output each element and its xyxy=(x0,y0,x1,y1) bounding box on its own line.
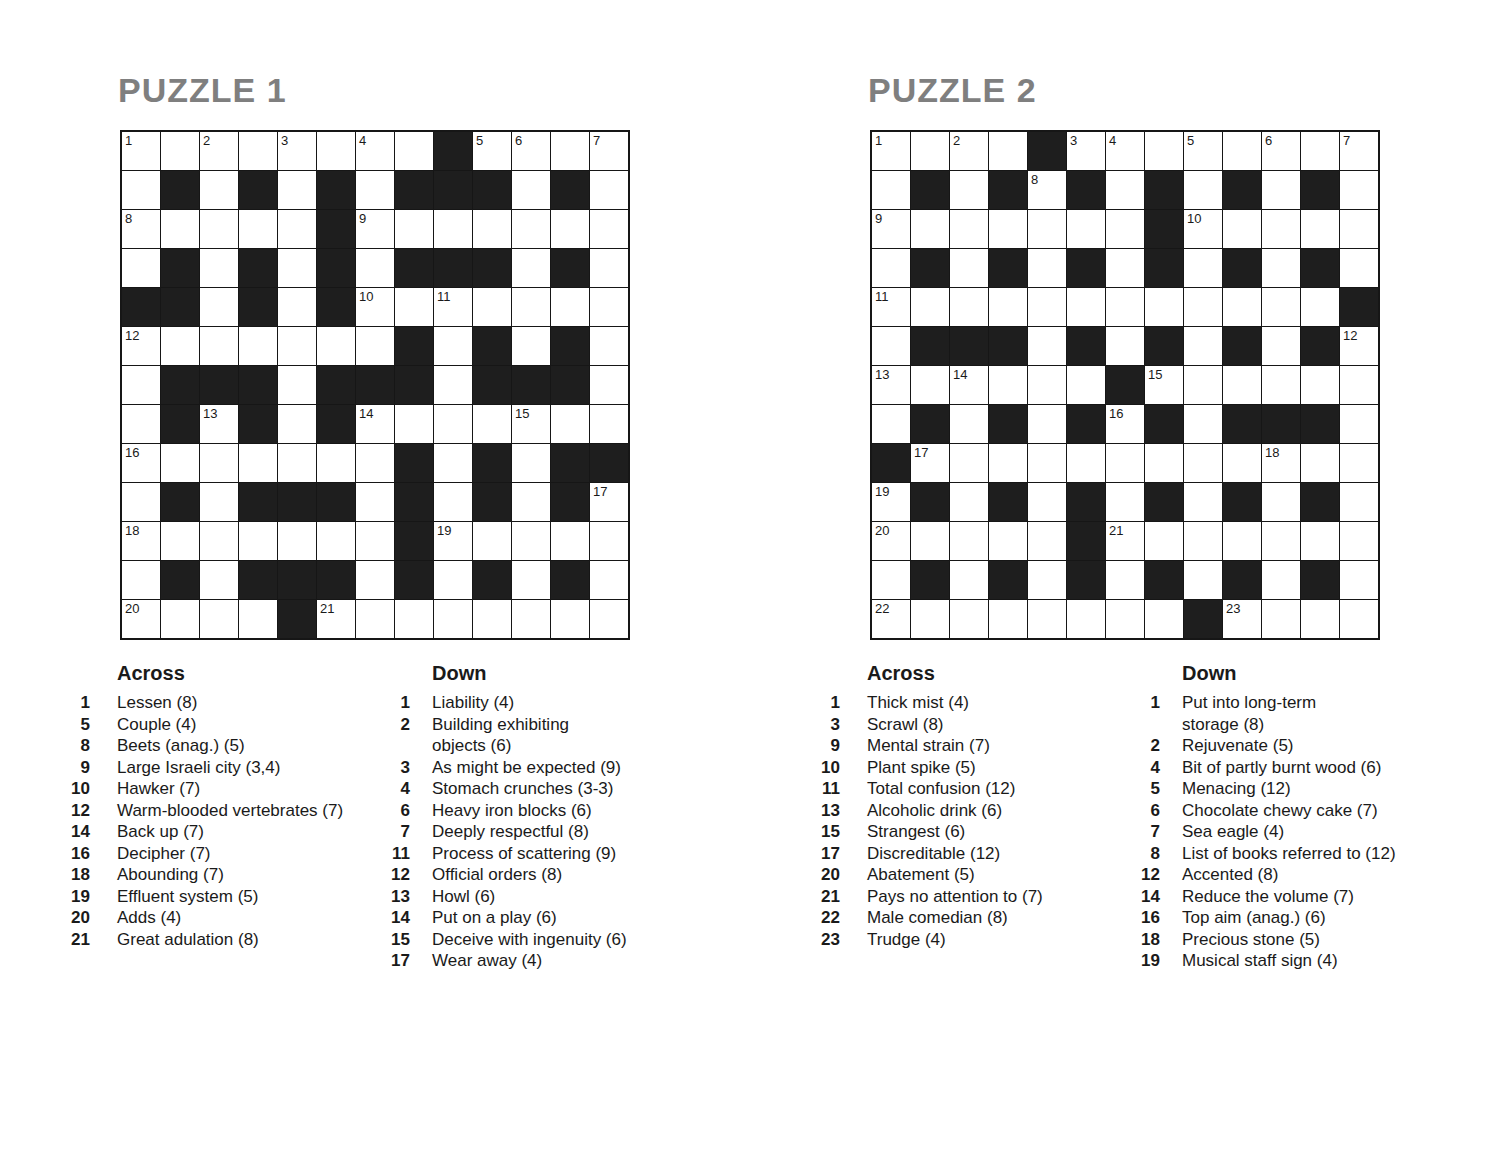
black-cell xyxy=(161,483,199,521)
white-cell[interactable]: 8 xyxy=(1028,171,1066,209)
white-cell[interactable] xyxy=(1028,210,1066,248)
clue-number: 6 xyxy=(385,800,410,822)
white-cell[interactable] xyxy=(1028,444,1066,482)
black-cell xyxy=(512,366,550,404)
white-cell[interactable] xyxy=(122,171,160,209)
white-cell[interactable]: 12 xyxy=(1340,327,1378,365)
cell-clue-number: 16 xyxy=(1109,407,1123,420)
white-cell[interactable] xyxy=(161,210,199,248)
white-cell[interactable] xyxy=(1184,561,1222,599)
white-cell[interactable] xyxy=(1028,405,1066,443)
white-cell[interactable] xyxy=(950,249,988,287)
white-cell[interactable] xyxy=(950,210,988,248)
black-cell xyxy=(1067,522,1105,560)
white-cell[interactable] xyxy=(317,444,355,482)
white-cell[interactable] xyxy=(1106,483,1144,521)
white-cell[interactable] xyxy=(950,600,988,638)
white-cell[interactable] xyxy=(1340,600,1378,638)
white-cell[interactable] xyxy=(1184,444,1222,482)
white-cell[interactable] xyxy=(200,483,238,521)
white-cell[interactable] xyxy=(1067,444,1105,482)
white-cell[interactable] xyxy=(239,600,277,638)
cell-clue-number: 12 xyxy=(125,329,139,342)
white-cell[interactable] xyxy=(1028,483,1066,521)
white-cell[interactable] xyxy=(1262,171,1300,209)
white-cell[interactable]: 5 xyxy=(473,132,511,170)
white-cell[interactable]: 16 xyxy=(122,444,160,482)
clue-number: 15 xyxy=(385,929,410,951)
white-cell[interactable] xyxy=(911,210,949,248)
white-cell[interactable] xyxy=(278,249,316,287)
white-cell[interactable]: 21 xyxy=(1106,522,1144,560)
white-cell[interactable] xyxy=(551,405,589,443)
white-cell[interactable] xyxy=(1340,210,1378,248)
white-cell[interactable] xyxy=(1262,522,1300,560)
white-cell[interactable] xyxy=(590,288,628,326)
black-cell xyxy=(551,171,589,209)
black-cell xyxy=(161,288,199,326)
white-cell[interactable] xyxy=(950,522,988,560)
white-cell[interactable] xyxy=(590,366,628,404)
black-cell xyxy=(317,483,355,521)
white-cell[interactable] xyxy=(1262,249,1300,287)
black-cell xyxy=(1067,249,1105,287)
white-cell[interactable] xyxy=(989,444,1027,482)
clue-row: 20Adds (4) xyxy=(60,907,385,929)
white-cell[interactable] xyxy=(200,522,238,560)
clue-number: 19 xyxy=(60,886,90,908)
clue-text: Adds (4) xyxy=(117,907,181,929)
white-cell[interactable]: 4 xyxy=(356,132,394,170)
white-cell[interactable]: 7 xyxy=(590,132,628,170)
clue-number: 15 xyxy=(810,821,840,843)
white-cell[interactable] xyxy=(122,405,160,443)
white-cell[interactable]: 19 xyxy=(434,522,472,560)
black-cell xyxy=(1301,405,1339,443)
white-cell[interactable]: 19 xyxy=(872,483,910,521)
white-cell[interactable] xyxy=(1301,444,1339,482)
white-cell[interactable] xyxy=(1223,522,1261,560)
black-cell xyxy=(590,444,628,482)
white-cell[interactable]: 9 xyxy=(872,210,910,248)
cell-clue-number: 18 xyxy=(125,524,139,537)
clue-number: 12 xyxy=(385,864,410,886)
white-cell[interactable] xyxy=(1340,444,1378,482)
white-cell[interactable] xyxy=(950,483,988,521)
white-cell[interactable] xyxy=(512,210,550,248)
white-cell[interactable]: 17 xyxy=(911,444,949,482)
white-cell[interactable] xyxy=(989,210,1027,248)
white-cell[interactable] xyxy=(1184,483,1222,521)
white-cell[interactable] xyxy=(200,210,238,248)
white-cell[interactable]: 18 xyxy=(1262,444,1300,482)
white-cell[interactable] xyxy=(278,405,316,443)
white-cell[interactable] xyxy=(356,522,394,560)
clue-text: Large Israeli city (3,4) xyxy=(117,757,280,779)
black-cell xyxy=(989,561,1027,599)
white-cell[interactable] xyxy=(395,210,433,248)
white-cell[interactable] xyxy=(911,132,949,170)
white-cell[interactable] xyxy=(1301,288,1339,326)
white-cell[interactable] xyxy=(1340,483,1378,521)
white-cell[interactable] xyxy=(1184,366,1222,404)
white-cell[interactable] xyxy=(1067,288,1105,326)
black-cell xyxy=(551,327,589,365)
white-cell[interactable] xyxy=(512,522,550,560)
clue-number: 8 xyxy=(1135,843,1160,865)
white-cell[interactable] xyxy=(473,288,511,326)
white-cell[interactable] xyxy=(473,405,511,443)
white-cell[interactable] xyxy=(278,522,316,560)
white-cell[interactable] xyxy=(1262,288,1300,326)
white-cell[interactable] xyxy=(278,366,316,404)
white-cell[interactable] xyxy=(1262,327,1300,365)
white-cell[interactable] xyxy=(989,522,1027,560)
white-cell[interactable]: 4 xyxy=(1106,132,1144,170)
clue-number: 13 xyxy=(810,800,840,822)
white-cell[interactable]: 13 xyxy=(872,366,910,404)
white-cell[interactable] xyxy=(200,249,238,287)
white-cell[interactable] xyxy=(551,288,589,326)
cell-clue-number: 11 xyxy=(437,290,451,303)
white-cell[interactable] xyxy=(872,561,910,599)
white-cell[interactable] xyxy=(356,483,394,521)
white-cell[interactable] xyxy=(356,444,394,482)
white-cell[interactable] xyxy=(161,600,199,638)
white-cell[interactable] xyxy=(1223,288,1261,326)
white-cell[interactable] xyxy=(1106,288,1144,326)
white-cell[interactable] xyxy=(161,132,199,170)
white-cell[interactable] xyxy=(512,327,550,365)
white-cell[interactable] xyxy=(1340,522,1378,560)
white-cell[interactable]: 13 xyxy=(200,405,238,443)
white-cell[interactable] xyxy=(395,288,433,326)
white-cell[interactable] xyxy=(512,288,550,326)
white-cell[interactable]: 6 xyxy=(1262,132,1300,170)
white-cell[interactable] xyxy=(872,249,910,287)
cell-clue-number: 20 xyxy=(875,524,889,537)
white-cell[interactable] xyxy=(512,171,550,209)
white-cell[interactable]: 20 xyxy=(872,522,910,560)
white-cell[interactable] xyxy=(1067,366,1105,404)
clue-text: Top aim (anag.) (6) xyxy=(1182,907,1326,929)
puzzle-2-down-column: Down 1Put into long-term storage (8)2Rej… xyxy=(1135,662,1500,972)
clue-text: Deceive with ingenuity (6) xyxy=(432,929,627,951)
white-cell[interactable] xyxy=(1145,522,1183,560)
white-cell[interactable] xyxy=(950,288,988,326)
white-cell[interactable] xyxy=(989,288,1027,326)
white-cell[interactable] xyxy=(590,327,628,365)
white-cell[interactable] xyxy=(911,600,949,638)
white-cell[interactable] xyxy=(1028,561,1066,599)
white-cell[interactable] xyxy=(278,210,316,248)
white-cell[interactable] xyxy=(317,132,355,170)
white-cell[interactable] xyxy=(278,327,316,365)
white-cell[interactable] xyxy=(395,132,433,170)
white-cell[interactable] xyxy=(1262,366,1300,404)
white-cell[interactable] xyxy=(1184,249,1222,287)
white-cell[interactable] xyxy=(911,366,949,404)
white-cell[interactable] xyxy=(473,600,511,638)
white-cell[interactable] xyxy=(278,288,316,326)
white-cell[interactable]: 15 xyxy=(512,405,550,443)
white-cell[interactable] xyxy=(122,483,160,521)
white-cell[interactable] xyxy=(1028,327,1066,365)
clue-text: Sea eagle (4) xyxy=(1182,821,1284,843)
white-cell[interactable] xyxy=(356,249,394,287)
white-cell[interactable] xyxy=(1301,366,1339,404)
clue-number: 14 xyxy=(60,821,90,843)
white-cell[interactable] xyxy=(356,171,394,209)
white-cell[interactable] xyxy=(239,327,277,365)
white-cell[interactable] xyxy=(434,327,472,365)
white-cell[interactable] xyxy=(1340,561,1378,599)
white-cell[interactable] xyxy=(122,561,160,599)
white-cell[interactable] xyxy=(1028,288,1066,326)
white-cell[interactable] xyxy=(1106,327,1144,365)
white-cell[interactable]: 12 xyxy=(122,327,160,365)
white-cell[interactable] xyxy=(200,561,238,599)
white-cell[interactable] xyxy=(473,210,511,248)
black-cell xyxy=(950,327,988,365)
down-heading: Down xyxy=(1182,662,1500,685)
white-cell[interactable] xyxy=(473,522,511,560)
white-cell[interactable] xyxy=(872,327,910,365)
white-cell[interactable] xyxy=(161,327,199,365)
clue-text: Official orders (8) xyxy=(432,864,562,886)
white-cell[interactable] xyxy=(590,405,628,443)
white-cell[interactable] xyxy=(200,288,238,326)
white-cell[interactable] xyxy=(1106,249,1144,287)
white-cell[interactable] xyxy=(239,132,277,170)
black-cell xyxy=(1067,483,1105,521)
white-cell[interactable] xyxy=(512,561,550,599)
white-cell[interactable] xyxy=(1145,600,1183,638)
white-cell[interactable] xyxy=(1223,366,1261,404)
white-cell[interactable]: 3 xyxy=(1067,132,1105,170)
white-cell[interactable] xyxy=(395,600,433,638)
white-cell[interactable] xyxy=(950,171,988,209)
white-cell[interactable] xyxy=(1223,132,1261,170)
white-cell[interactable] xyxy=(1340,249,1378,287)
white-cell[interactable] xyxy=(161,522,199,560)
white-cell[interactable] xyxy=(1106,444,1144,482)
cell-clue-number: 17 xyxy=(914,446,928,459)
black-cell xyxy=(317,210,355,248)
black-cell xyxy=(989,483,1027,521)
white-cell[interactable] xyxy=(395,405,433,443)
white-cell[interactable] xyxy=(1106,561,1144,599)
white-cell[interactable]: 23 xyxy=(1223,600,1261,638)
cell-clue-number: 8 xyxy=(125,212,132,225)
white-cell[interactable]: 17 xyxy=(590,483,628,521)
white-cell[interactable] xyxy=(434,483,472,521)
clue-row: 7Deeply respectful (8) xyxy=(385,821,750,843)
white-cell[interactable] xyxy=(989,132,1027,170)
white-cell[interactable] xyxy=(512,249,550,287)
white-cell[interactable] xyxy=(1262,600,1300,638)
white-cell[interactable] xyxy=(1262,561,1300,599)
white-cell[interactable] xyxy=(950,444,988,482)
white-cell[interactable] xyxy=(512,483,550,521)
white-cell[interactable] xyxy=(551,600,589,638)
white-cell[interactable] xyxy=(1145,444,1183,482)
white-cell[interactable]: 22 xyxy=(872,600,910,638)
white-cell[interactable] xyxy=(989,366,1027,404)
white-cell[interactable]: 9 xyxy=(356,210,394,248)
cell-clue-number: 9 xyxy=(359,212,366,225)
white-cell[interactable] xyxy=(1223,444,1261,482)
white-cell[interactable] xyxy=(1262,483,1300,521)
white-cell[interactable]: 14 xyxy=(356,405,394,443)
clue-row: 12Official orders (8) xyxy=(385,864,750,886)
black-cell xyxy=(911,327,949,365)
white-cell[interactable] xyxy=(1184,405,1222,443)
white-cell[interactable] xyxy=(1301,210,1339,248)
black-cell xyxy=(161,405,199,443)
white-cell[interactable] xyxy=(1067,600,1105,638)
white-cell[interactable] xyxy=(239,522,277,560)
white-cell[interactable] xyxy=(1184,288,1222,326)
black-cell xyxy=(473,327,511,365)
white-cell[interactable] xyxy=(872,405,910,443)
white-cell[interactable] xyxy=(356,600,394,638)
white-cell[interactable] xyxy=(434,405,472,443)
black-cell xyxy=(473,249,511,287)
white-cell[interactable] xyxy=(1106,171,1144,209)
clue-text: Put into long-term storage (8) xyxy=(1182,692,1316,735)
white-cell[interactable] xyxy=(551,132,589,170)
white-cell[interactable]: 6 xyxy=(512,132,550,170)
white-cell[interactable] xyxy=(551,522,589,560)
white-cell[interactable] xyxy=(1301,132,1339,170)
clue-number: 1 xyxy=(1135,692,1160,735)
white-cell[interactable] xyxy=(200,444,238,482)
white-cell[interactable] xyxy=(1223,210,1261,248)
white-cell[interactable] xyxy=(1145,132,1183,170)
white-cell[interactable] xyxy=(911,288,949,326)
white-cell[interactable]: 21 xyxy=(317,600,355,638)
white-cell[interactable] xyxy=(278,444,316,482)
clue-number: 20 xyxy=(810,864,840,886)
white-cell[interactable] xyxy=(1184,522,1222,560)
white-cell[interactable]: 11 xyxy=(872,288,910,326)
white-cell[interactable] xyxy=(1301,522,1339,560)
white-cell[interactable] xyxy=(1028,522,1066,560)
clue-row: 11Total confusion (12) xyxy=(810,778,1135,800)
white-cell[interactable] xyxy=(1067,210,1105,248)
white-cell[interactable]: 1 xyxy=(122,132,160,170)
white-cell[interactable]: 1 xyxy=(872,132,910,170)
clue-row: 15Strangest (6) xyxy=(810,821,1135,843)
white-cell[interactable] xyxy=(239,444,277,482)
white-cell[interactable]: 14 xyxy=(950,366,988,404)
white-cell[interactable] xyxy=(1028,249,1066,287)
clue-number: 14 xyxy=(385,907,410,929)
white-cell[interactable]: 11 xyxy=(434,288,472,326)
white-cell[interactable] xyxy=(434,210,472,248)
white-cell[interactable] xyxy=(317,522,355,560)
white-cell[interactable] xyxy=(434,561,472,599)
black-cell xyxy=(434,132,472,170)
white-cell[interactable]: 10 xyxy=(1184,210,1222,248)
white-cell[interactable]: 15 xyxy=(1145,366,1183,404)
white-cell[interactable] xyxy=(356,561,394,599)
white-cell[interactable]: 2 xyxy=(200,132,238,170)
white-cell[interactable] xyxy=(1184,171,1222,209)
white-cell[interactable] xyxy=(1145,288,1183,326)
white-cell[interactable] xyxy=(278,171,316,209)
white-cell[interactable] xyxy=(200,600,238,638)
white-cell[interactable] xyxy=(590,249,628,287)
white-cell[interactable] xyxy=(1028,366,1066,404)
white-cell[interactable] xyxy=(512,444,550,482)
white-cell[interactable] xyxy=(950,561,988,599)
white-cell[interactable]: 18 xyxy=(122,522,160,560)
white-cell[interactable] xyxy=(122,366,160,404)
clue-text: Plant spike (5) xyxy=(867,757,976,779)
clue-row: 21Great adulation (8) xyxy=(60,929,385,951)
white-cell[interactable] xyxy=(911,522,949,560)
clue-number: 8 xyxy=(60,735,90,757)
white-cell[interactable]: 5 xyxy=(1184,132,1222,170)
white-cell[interactable] xyxy=(1340,366,1378,404)
black-cell xyxy=(395,561,433,599)
white-cell[interactable] xyxy=(1184,327,1222,365)
white-cell[interactable] xyxy=(1106,600,1144,638)
clue-text: List of books referred to (12) xyxy=(1182,843,1396,865)
white-cell[interactable] xyxy=(200,327,238,365)
white-cell[interactable] xyxy=(590,561,628,599)
white-cell[interactable] xyxy=(434,600,472,638)
white-cell[interactable]: 20 xyxy=(122,600,160,638)
white-cell[interactable] xyxy=(200,171,238,209)
white-cell[interactable] xyxy=(950,405,988,443)
white-cell[interactable] xyxy=(590,522,628,560)
white-cell[interactable] xyxy=(590,171,628,209)
white-cell[interactable] xyxy=(590,210,628,248)
white-cell[interactable]: 16 xyxy=(1106,405,1144,443)
white-cell[interactable] xyxy=(872,171,910,209)
cell-clue-number: 2 xyxy=(203,134,210,147)
white-cell[interactable] xyxy=(1106,210,1144,248)
clue-row: 17Wear away (4) xyxy=(385,950,750,972)
white-cell[interactable] xyxy=(122,249,160,287)
white-cell[interactable] xyxy=(590,600,628,638)
white-cell[interactable]: 10 xyxy=(356,288,394,326)
black-cell xyxy=(239,366,277,404)
white-cell[interactable]: 8 xyxy=(122,210,160,248)
white-cell[interactable] xyxy=(989,600,1027,638)
white-cell[interactable] xyxy=(434,444,472,482)
white-cell[interactable]: 7 xyxy=(1340,132,1378,170)
puzzle-1-grid: 123456789101112131415161718192021 xyxy=(120,130,630,640)
white-cell[interactable] xyxy=(356,327,394,365)
white-cell[interactable]: 2 xyxy=(950,132,988,170)
white-cell[interactable] xyxy=(161,444,199,482)
white-cell[interactable] xyxy=(1340,171,1378,209)
white-cell[interactable] xyxy=(317,327,355,365)
white-cell[interactable] xyxy=(1028,600,1066,638)
white-cell[interactable] xyxy=(1340,405,1378,443)
white-cell[interactable]: 3 xyxy=(278,132,316,170)
white-cell[interactable] xyxy=(434,366,472,404)
white-cell[interactable] xyxy=(239,210,277,248)
white-cell[interactable] xyxy=(1301,600,1339,638)
white-cell[interactable] xyxy=(512,600,550,638)
white-cell[interactable] xyxy=(551,210,589,248)
white-cell[interactable] xyxy=(1262,210,1300,248)
